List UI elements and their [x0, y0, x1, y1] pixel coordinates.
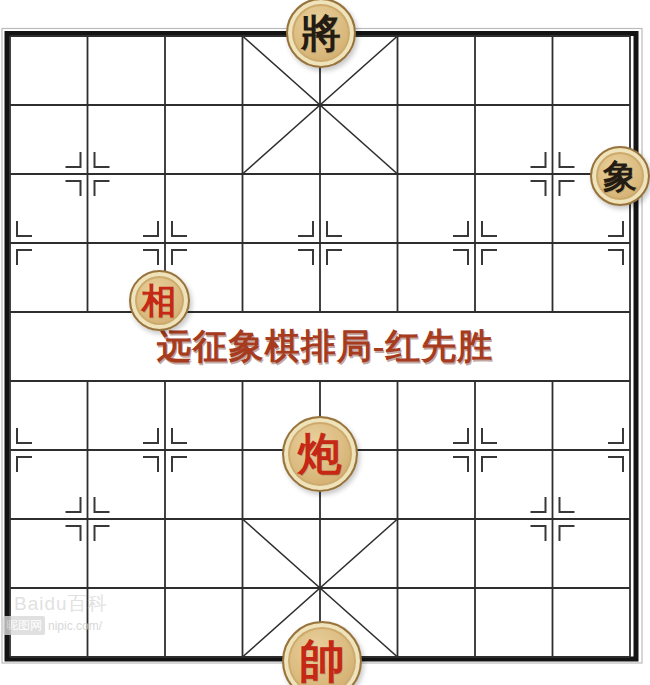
intersection-h2 — [514, 140, 592, 209]
intersection-c2 — [126, 140, 204, 209]
intersection-i6 — [591, 416, 650, 485]
red-general-glyph: 帥 — [299, 639, 345, 685]
piece-red-general[interactable]: 帥 — [282, 621, 362, 685]
intersection-a3 — [0, 209, 49, 278]
intersection-c6 — [126, 416, 204, 485]
intersection-g5 — [436, 347, 514, 416]
black-elephant-glyph: 象 — [603, 160, 637, 194]
intersection-f1 — [359, 71, 437, 140]
intersection-b6 — [49, 416, 127, 485]
intersection-f6 — [359, 416, 437, 485]
red-elephant-glyph: 相 — [142, 284, 177, 319]
intersection-h5 — [514, 347, 592, 416]
intersection-e1 — [281, 71, 359, 140]
intersection-a2 — [0, 140, 49, 209]
intersection-d6 — [204, 416, 282, 485]
intersection-g3 — [436, 209, 514, 278]
intersection-g2 — [436, 140, 514, 209]
piece-red-cannon[interactable]: 炮 — [282, 416, 358, 492]
intersection-f4 — [359, 278, 437, 347]
intersection-a4 — [0, 278, 49, 347]
intersection-c1 — [126, 71, 204, 140]
intersection-e0: 將 — [281, 2, 359, 71]
intersection-a8 — [0, 554, 49, 623]
intersection-g9 — [436, 623, 514, 685]
intersection-i8 — [591, 554, 650, 623]
intersection-i7 — [591, 485, 650, 554]
intersection-f0 — [359, 2, 437, 71]
intersection-e8 — [281, 554, 359, 623]
intersection-e7 — [281, 485, 359, 554]
intersection-b4 — [49, 278, 127, 347]
intersection-b1 — [49, 71, 127, 140]
intersection-d1 — [204, 71, 282, 140]
intersection-h4 — [514, 278, 592, 347]
intersection-a0 — [0, 2, 49, 71]
red-cannon-glyph: 炮 — [298, 433, 342, 477]
intersection-g6 — [436, 416, 514, 485]
intersection-g0 — [436, 2, 514, 71]
intersection-d3 — [204, 209, 282, 278]
intersection-f3 — [359, 209, 437, 278]
intersection-g1 — [436, 71, 514, 140]
intersection-b3 — [49, 209, 127, 278]
intersection-b8 — [49, 554, 127, 623]
intersection-e5 — [281, 347, 359, 416]
black-general-glyph: 將 — [301, 14, 341, 54]
intersection-c8 — [126, 554, 204, 623]
intersection-d9 — [204, 623, 282, 685]
piece-red-elephant[interactable]: 相 — [129, 270, 190, 331]
intersection-b0 — [49, 2, 127, 71]
intersection-c7 — [126, 485, 204, 554]
intersection-d2 — [204, 140, 282, 209]
intersection-d4 — [204, 278, 282, 347]
intersection-h8 — [514, 554, 592, 623]
intersection-h9 — [514, 623, 592, 685]
intersection-h7 — [514, 485, 592, 554]
intersection-h6 — [514, 416, 592, 485]
piece-black-general[interactable]: 將 — [286, 0, 356, 68]
intersection-c9 — [126, 623, 204, 685]
intersection-i4 — [591, 278, 650, 347]
intersection-i0 — [591, 2, 650, 71]
intersection-f5 — [359, 347, 437, 416]
intersection-e6: 炮 — [281, 416, 359, 485]
intersection-i9 — [591, 623, 650, 685]
intersection-f8 — [359, 554, 437, 623]
intersection-c4: 相 — [126, 278, 204, 347]
intersection-a5 — [0, 347, 49, 416]
intersection-b2 — [49, 140, 127, 209]
intersection-d0 — [204, 2, 282, 71]
intersection-a1 — [0, 71, 49, 140]
intersection-h1 — [514, 71, 592, 140]
board-grid: 將象相炮帥 — [0, 2, 650, 685]
intersection-h0 — [514, 2, 592, 71]
intersection-b9 — [49, 623, 127, 685]
intersection-i2: 象 — [591, 140, 650, 209]
intersection-d5 — [204, 347, 282, 416]
intersection-e3 — [281, 209, 359, 278]
intersection-f7 — [359, 485, 437, 554]
intersection-f9 — [359, 623, 437, 685]
intersection-e9: 帥 — [281, 623, 359, 685]
intersection-i3 — [591, 209, 650, 278]
intersection-b7 — [49, 485, 127, 554]
intersection-a6 — [0, 416, 49, 485]
intersection-c5 — [126, 347, 204, 416]
intersection-g4 — [436, 278, 514, 347]
intersection-b5 — [49, 347, 127, 416]
intersection-i1 — [591, 71, 650, 140]
intersection-d8 — [204, 554, 282, 623]
xiangqi-diagram: 远征象棋排局-红先胜 將象相炮帥 Baidu百科 昵图网 nipic.com/ — [0, 0, 650, 685]
intersection-c3 — [126, 209, 204, 278]
intersection-g8 — [436, 554, 514, 623]
intersection-d7 — [204, 485, 282, 554]
intersection-e2 — [281, 140, 359, 209]
intersection-h3 — [514, 209, 592, 278]
piece-black-elephant[interactable]: 象 — [590, 146, 650, 206]
intersection-g7 — [436, 485, 514, 554]
intersection-f2 — [359, 140, 437, 209]
intersection-a9 — [0, 623, 49, 685]
intersection-c0 — [126, 2, 204, 71]
intersection-a7 — [0, 485, 49, 554]
intersection-i5 — [591, 347, 650, 416]
intersection-e4 — [281, 278, 359, 347]
